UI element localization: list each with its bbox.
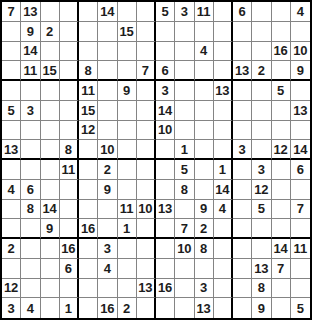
cell-r13c14[interactable] xyxy=(252,239,271,259)
cell-r16c12[interactable] xyxy=(214,298,233,318)
cell-r12c10[interactable]: 7 xyxy=(175,219,194,239)
cell-r8c11[interactable] xyxy=(195,140,214,160)
cell-r7c16[interactable] xyxy=(291,121,310,141)
cell-r14c12[interactable] xyxy=(214,259,233,279)
cell-r12c14[interactable] xyxy=(252,219,271,239)
cell-r3c14[interactable] xyxy=(252,42,271,62)
cell-r1c9[interactable]: 5 xyxy=(156,2,175,22)
cell-r8c16[interactable]: 14 xyxy=(291,140,310,160)
cell-r11c2[interactable]: 8 xyxy=(21,200,40,220)
cell-r6c8[interactable] xyxy=(137,101,156,121)
cell-r13c8[interactable] xyxy=(137,239,156,259)
cell-r3c1[interactable] xyxy=(2,42,21,62)
cell-r6c7[interactable] xyxy=(118,101,137,121)
cell-r7c9[interactable]: 10 xyxy=(156,121,175,141)
cell-r14c13[interactable] xyxy=(233,259,252,279)
cell-r12c9[interactable] xyxy=(156,219,175,239)
cell-r8c12[interactable] xyxy=(214,140,233,160)
cell-r7c1[interactable] xyxy=(2,121,21,141)
cell-r11c14[interactable]: 5 xyxy=(252,200,271,220)
cell-r15c7[interactable] xyxy=(118,279,137,299)
cell-r10c1[interactable]: 4 xyxy=(2,180,21,200)
cell-r5c3[interactable] xyxy=(41,81,60,101)
cell-r4c9[interactable]: 6 xyxy=(156,61,175,81)
cell-r1c12[interactable] xyxy=(214,2,233,22)
cell-r11c9[interactable]: 13 xyxy=(156,200,175,220)
cell-r6c15[interactable] xyxy=(272,101,291,121)
cell-r13c3[interactable] xyxy=(41,239,60,259)
cell-r14c5[interactable] xyxy=(79,259,98,279)
cell-r11c3[interactable]: 14 xyxy=(41,200,60,220)
cell-r14c11[interactable] xyxy=(195,259,214,279)
cell-r14c6[interactable]: 4 xyxy=(98,259,117,279)
cell-r1c4[interactable] xyxy=(60,2,79,22)
cell-r9c8[interactable] xyxy=(137,160,156,180)
cell-r8c5[interactable] xyxy=(79,140,98,160)
cell-r8c2[interactable] xyxy=(21,140,40,160)
cell-r7c5[interactable]: 12 xyxy=(79,121,98,141)
cell-r14c3[interactable] xyxy=(41,259,60,279)
cell-r11c16[interactable]: 7 xyxy=(291,200,310,220)
cell-r16c14[interactable]: 9 xyxy=(252,298,271,318)
cell-r3c2[interactable]: 14 xyxy=(21,42,40,62)
cell-r2c1[interactable] xyxy=(2,22,21,42)
cell-r5c1[interactable] xyxy=(2,81,21,101)
cell-r7c7[interactable] xyxy=(118,121,137,141)
cell-r6c3[interactable] xyxy=(41,101,60,121)
cell-r12c11[interactable]: 2 xyxy=(195,219,214,239)
cell-r11c5[interactable] xyxy=(79,200,98,220)
cell-r13c5[interactable] xyxy=(79,239,98,259)
cell-r16c11[interactable]: 13 xyxy=(195,298,214,318)
cell-r2c3[interactable]: 2 xyxy=(41,22,60,42)
cell-r3c15[interactable]: 16 xyxy=(272,42,291,62)
cell-r5c2[interactable] xyxy=(21,81,40,101)
cell-r15c2[interactable] xyxy=(21,279,40,299)
cell-r9c6[interactable]: 2 xyxy=(98,160,117,180)
cell-r11c10[interactable] xyxy=(175,200,194,220)
cell-r11c4[interactable] xyxy=(60,200,79,220)
cell-r12c1[interactable] xyxy=(2,219,21,239)
cell-r5c6[interactable] xyxy=(98,81,117,101)
cell-r13c15[interactable]: 14 xyxy=(272,239,291,259)
cell-r10c6[interactable]: 9 xyxy=(98,180,117,200)
cell-r13c11[interactable]: 8 xyxy=(195,239,214,259)
sudoku-board: 7131453116492151441610111587613291193135… xyxy=(0,0,312,320)
cell-r6c16[interactable]: 13 xyxy=(291,101,310,121)
cell-r2c13[interactable] xyxy=(233,22,252,42)
cell-r3c16[interactable]: 10 xyxy=(291,42,310,62)
cell-r7c15[interactable] xyxy=(272,121,291,141)
cell-r15c5[interactable] xyxy=(79,279,98,299)
cell-r1c14[interactable] xyxy=(252,2,271,22)
cell-r2c14[interactable] xyxy=(252,22,271,42)
cell-r10c9[interactable] xyxy=(156,180,175,200)
cell-r13c10[interactable]: 10 xyxy=(175,239,194,259)
cell-r9c2[interactable] xyxy=(21,160,40,180)
cell-r10c15[interactable] xyxy=(272,180,291,200)
cell-r12c5[interactable]: 16 xyxy=(79,219,98,239)
cell-r2c11[interactable] xyxy=(195,22,214,42)
cell-r3c6[interactable] xyxy=(98,42,117,62)
cell-r14c15[interactable]: 7 xyxy=(272,259,291,279)
cell-r14c9[interactable] xyxy=(156,259,175,279)
cell-r11c7[interactable]: 11 xyxy=(118,200,137,220)
cell-r3c8[interactable] xyxy=(137,42,156,62)
cell-r3c11[interactable]: 4 xyxy=(195,42,214,62)
cell-r11c6[interactable] xyxy=(98,200,117,220)
cell-r5c5[interactable]: 11 xyxy=(79,81,98,101)
cell-r10c4[interactable] xyxy=(60,180,79,200)
cell-r11c13[interactable] xyxy=(233,200,252,220)
cell-r4c5[interactable]: 8 xyxy=(79,61,98,81)
cell-r10c2[interactable]: 6 xyxy=(21,180,40,200)
cell-r1c11[interactable]: 11 xyxy=(195,2,214,22)
cell-r6c14[interactable] xyxy=(252,101,271,121)
cell-r10c7[interactable] xyxy=(118,180,137,200)
cell-r9c16[interactable]: 6 xyxy=(291,160,310,180)
cell-r1c13[interactable]: 6 xyxy=(233,2,252,22)
cell-r5c14[interactable] xyxy=(252,81,271,101)
cell-r8c14[interactable] xyxy=(252,140,271,160)
cell-r13c12[interactable] xyxy=(214,239,233,259)
cell-r3c7[interactable] xyxy=(118,42,137,62)
cell-r7c4[interactable] xyxy=(60,121,79,141)
cell-r12c7[interactable]: 1 xyxy=(118,219,137,239)
cell-r15c8[interactable]: 13 xyxy=(137,279,156,299)
cell-r3c5[interactable] xyxy=(79,42,98,62)
cell-r2c2[interactable]: 9 xyxy=(21,22,40,42)
cell-r14c16[interactable] xyxy=(291,259,310,279)
cell-r2c8[interactable] xyxy=(137,22,156,42)
cell-r15c15[interactable] xyxy=(272,279,291,299)
cell-r1c1[interactable]: 7 xyxy=(2,2,21,22)
cell-r4c12[interactable] xyxy=(214,61,233,81)
cell-r7c8[interactable] xyxy=(137,121,156,141)
cell-r6c11[interactable] xyxy=(195,101,214,121)
cell-r13c9[interactable] xyxy=(156,239,175,259)
cell-r16c8[interactable] xyxy=(137,298,156,318)
cell-r15c3[interactable] xyxy=(41,279,60,299)
cell-r12c16[interactable] xyxy=(291,219,310,239)
cell-r16c13[interactable] xyxy=(233,298,252,318)
cell-r1c15[interactable] xyxy=(272,2,291,22)
cell-r16c6[interactable]: 16 xyxy=(98,298,117,318)
cell-r2c10[interactable] xyxy=(175,22,194,42)
cell-r2c12[interactable] xyxy=(214,22,233,42)
cell-r1c3[interactable] xyxy=(41,2,60,22)
cell-r5c7[interactable]: 9 xyxy=(118,81,137,101)
cell-r3c4[interactable] xyxy=(60,42,79,62)
cell-r9c11[interactable] xyxy=(195,160,214,180)
cell-r7c3[interactable] xyxy=(41,121,60,141)
cell-r2c9[interactable] xyxy=(156,22,175,42)
cell-r6c4[interactable] xyxy=(60,101,79,121)
cell-r2c7[interactable]: 15 xyxy=(118,22,137,42)
cell-r16c9[interactable] xyxy=(156,298,175,318)
cell-r7c14[interactable] xyxy=(252,121,271,141)
cell-r12c6[interactable] xyxy=(98,219,117,239)
cell-r4c14[interactable]: 2 xyxy=(252,61,271,81)
cell-r8c6[interactable]: 10 xyxy=(98,140,117,160)
cell-r16c3[interactable] xyxy=(41,298,60,318)
cell-r16c5[interactable] xyxy=(79,298,98,318)
cell-r9c9[interactable] xyxy=(156,160,175,180)
cell-r15c11[interactable]: 3 xyxy=(195,279,214,299)
cell-r5c15[interactable]: 5 xyxy=(272,81,291,101)
cell-r9c3[interactable] xyxy=(41,160,60,180)
cell-r9c13[interactable] xyxy=(233,160,252,180)
cell-r15c12[interactable] xyxy=(214,279,233,299)
cell-r6c1[interactable]: 5 xyxy=(2,101,21,121)
cell-r8c4[interactable]: 8 xyxy=(60,140,79,160)
cell-r11c11[interactable]: 9 xyxy=(195,200,214,220)
cell-r15c6[interactable] xyxy=(98,279,117,299)
cell-r3c10[interactable] xyxy=(175,42,194,62)
cell-r16c2[interactable]: 4 xyxy=(21,298,40,318)
cell-r16c1[interactable]: 3 xyxy=(2,298,21,318)
cell-r9c12[interactable]: 1 xyxy=(214,160,233,180)
cell-r11c8[interactable]: 10 xyxy=(137,200,156,220)
cell-r5c4[interactable] xyxy=(60,81,79,101)
cell-r8c9[interactable] xyxy=(156,140,175,160)
cell-r13c6[interactable]: 3 xyxy=(98,239,117,259)
cell-r5c10[interactable] xyxy=(175,81,194,101)
cell-r13c2[interactable] xyxy=(21,239,40,259)
cell-r15c4[interactable] xyxy=(60,279,79,299)
cell-r7c2[interactable] xyxy=(21,121,40,141)
cell-r12c3[interactable]: 9 xyxy=(41,219,60,239)
cell-r9c15[interactable] xyxy=(272,160,291,180)
cell-r6c5[interactable]: 15 xyxy=(79,101,98,121)
cell-r4c11[interactable] xyxy=(195,61,214,81)
cell-r4c13[interactable]: 13 xyxy=(233,61,252,81)
cell-r1c2[interactable]: 13 xyxy=(21,2,40,22)
cell-r16c4[interactable]: 1 xyxy=(60,298,79,318)
cell-r5c11[interactable] xyxy=(195,81,214,101)
cell-r5c13[interactable] xyxy=(233,81,252,101)
cell-r15c14[interactable]: 8 xyxy=(252,279,271,299)
cell-r10c14[interactable]: 12 xyxy=(252,180,271,200)
cell-r10c16[interactable] xyxy=(291,180,310,200)
cell-r7c10[interactable] xyxy=(175,121,194,141)
cell-r9c7[interactable] xyxy=(118,160,137,180)
cell-r4c10[interactable] xyxy=(175,61,194,81)
cell-r16c15[interactable] xyxy=(272,298,291,318)
cell-r14c7[interactable] xyxy=(118,259,137,279)
cell-r10c13[interactable] xyxy=(233,180,252,200)
cell-r11c1[interactable] xyxy=(2,200,21,220)
cell-r10c3[interactable] xyxy=(41,180,60,200)
cell-r1c10[interactable]: 3 xyxy=(175,2,194,22)
cell-r12c12[interactable] xyxy=(214,219,233,239)
cell-r1c5[interactable] xyxy=(79,2,98,22)
cell-r10c8[interactable] xyxy=(137,180,156,200)
cell-r12c4[interactable] xyxy=(60,219,79,239)
cell-r7c13[interactable] xyxy=(233,121,252,141)
cell-r4c8[interactable]: 7 xyxy=(137,61,156,81)
cell-r15c16[interactable] xyxy=(291,279,310,299)
cell-r12c2[interactable] xyxy=(21,219,40,239)
cell-r4c7[interactable] xyxy=(118,61,137,81)
cell-r11c12[interactable]: 4 xyxy=(214,200,233,220)
cell-r4c2[interactable]: 11 xyxy=(21,61,40,81)
cell-r4c15[interactable] xyxy=(272,61,291,81)
cell-r6c9[interactable]: 14 xyxy=(156,101,175,121)
cell-r2c16[interactable] xyxy=(291,22,310,42)
cell-r8c7[interactable] xyxy=(118,140,137,160)
cell-r6c12[interactable] xyxy=(214,101,233,121)
cell-r7c6[interactable] xyxy=(98,121,117,141)
cell-r7c11[interactable] xyxy=(195,121,214,141)
cell-r13c1[interactable]: 2 xyxy=(2,239,21,259)
cell-r1c8[interactable] xyxy=(137,2,156,22)
cell-r9c4[interactable]: 11 xyxy=(60,160,79,180)
cell-r5c12[interactable]: 13 xyxy=(214,81,233,101)
cell-r14c4[interactable]: 6 xyxy=(60,259,79,279)
cell-r5c8[interactable] xyxy=(137,81,156,101)
cell-r14c2[interactable] xyxy=(21,259,40,279)
cell-r14c8[interactable] xyxy=(137,259,156,279)
cell-r6c10[interactable] xyxy=(175,101,194,121)
cell-r2c6[interactable] xyxy=(98,22,117,42)
cell-r9c14[interactable]: 3 xyxy=(252,160,271,180)
cell-r10c10[interactable]: 8 xyxy=(175,180,194,200)
cell-r13c16[interactable]: 11 xyxy=(291,239,310,259)
cell-r9c5[interactable] xyxy=(79,160,98,180)
cell-r2c15[interactable] xyxy=(272,22,291,42)
cell-r15c13[interactable] xyxy=(233,279,252,299)
cell-r10c11[interactable] xyxy=(195,180,214,200)
cell-r4c3[interactable]: 15 xyxy=(41,61,60,81)
cell-r4c16[interactable]: 9 xyxy=(291,61,310,81)
cell-r3c9[interactable] xyxy=(156,42,175,62)
cell-r12c13[interactable] xyxy=(233,219,252,239)
cell-r8c13[interactable]: 3 xyxy=(233,140,252,160)
cell-r14c14[interactable]: 13 xyxy=(252,259,271,279)
cell-r10c12[interactable]: 14 xyxy=(214,180,233,200)
cell-r6c6[interactable] xyxy=(98,101,117,121)
cell-r8c15[interactable]: 12 xyxy=(272,140,291,160)
cell-r8c8[interactable] xyxy=(137,140,156,160)
cell-r14c1[interactable] xyxy=(2,259,21,279)
cell-r16c16[interactable]: 5 xyxy=(291,298,310,318)
cell-r1c7[interactable] xyxy=(118,2,137,22)
cell-r16c7[interactable]: 2 xyxy=(118,298,137,318)
cell-r2c4[interactable] xyxy=(60,22,79,42)
cell-r8c10[interactable]: 1 xyxy=(175,140,194,160)
cell-r4c4[interactable] xyxy=(60,61,79,81)
cell-r3c12[interactable] xyxy=(214,42,233,62)
cell-r6c13[interactable] xyxy=(233,101,252,121)
cell-r4c1[interactable] xyxy=(2,61,21,81)
cell-r5c9[interactable]: 3 xyxy=(156,81,175,101)
cell-r15c9[interactable]: 16 xyxy=(156,279,175,299)
cell-r1c16[interactable]: 4 xyxy=(291,2,310,22)
cell-r7c12[interactable] xyxy=(214,121,233,141)
cell-r4c6[interactable] xyxy=(98,61,117,81)
cell-r6c2[interactable]: 3 xyxy=(21,101,40,121)
cell-r8c1[interactable]: 13 xyxy=(2,140,21,160)
cell-r11c15[interactable] xyxy=(272,200,291,220)
cell-r8c3[interactable] xyxy=(41,140,60,160)
cell-r15c10[interactable] xyxy=(175,279,194,299)
cell-r3c3[interactable] xyxy=(41,42,60,62)
cell-r13c4[interactable]: 16 xyxy=(60,239,79,259)
cell-r2c5[interactable] xyxy=(79,22,98,42)
cell-r14c10[interactable] xyxy=(175,259,194,279)
cell-r13c7[interactable] xyxy=(118,239,137,259)
cell-r1c6[interactable]: 14 xyxy=(98,2,117,22)
cell-r10c5[interactable] xyxy=(79,180,98,200)
cell-r12c8[interactable] xyxy=(137,219,156,239)
cell-r12c15[interactable] xyxy=(272,219,291,239)
cell-r13c13[interactable] xyxy=(233,239,252,259)
cell-r9c1[interactable] xyxy=(2,160,21,180)
cell-r9c10[interactable]: 5 xyxy=(175,160,194,180)
cell-r3c13[interactable] xyxy=(233,42,252,62)
cell-r16c10[interactable] xyxy=(175,298,194,318)
cell-r15c1[interactable]: 12 xyxy=(2,279,21,299)
cell-r5c16[interactable] xyxy=(291,81,310,101)
